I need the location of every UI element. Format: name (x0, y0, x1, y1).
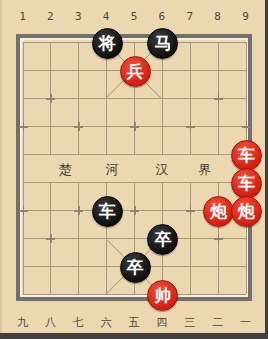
left-edge-strip (0, 0, 2, 339)
file-label-bottom: 六 (97, 315, 115, 330)
point-marker (130, 122, 139, 131)
file-label-top: 6 (153, 10, 171, 23)
point-marker (19, 206, 28, 215)
file-label-top: 5 (125, 10, 143, 23)
file-line (162, 42, 163, 154)
file-label-top: 1 (14, 10, 32, 23)
point-marker (186, 122, 195, 131)
red-chariot[interactable]: 车 (231, 168, 262, 199)
river-text: 楚 (57, 161, 73, 179)
black-chariot[interactable]: 车 (92, 196, 123, 227)
point-marker (19, 122, 28, 131)
point-marker (74, 122, 83, 131)
file-label-bottom: 五 (125, 315, 143, 330)
file-line (190, 42, 191, 154)
file-label-bottom: 七 (69, 315, 87, 330)
rank-line (23, 154, 246, 155)
river-text: 汉 (154, 161, 170, 179)
red-general[interactable]: 帅 (147, 280, 178, 311)
board-layer: 楚河汉界123456789九八七六五四三二一将马兵车车车炮炮卒卒帅 (0, 0, 268, 339)
red-cannon[interactable]: 炮 (203, 196, 234, 227)
river-text: 界 (197, 161, 213, 179)
file-label-bottom: 四 (153, 315, 171, 330)
file-label-top: 7 (181, 10, 199, 23)
black-horse[interactable]: 马 (147, 28, 178, 59)
black-soldier[interactable]: 卒 (147, 224, 178, 255)
file-line (190, 182, 191, 294)
file-label-top: 3 (69, 10, 87, 23)
red-cannon[interactable]: 炮 (231, 196, 262, 227)
rank-line (23, 294, 246, 295)
point-marker (46, 234, 55, 243)
bottom-edge-strip (0, 333, 268, 339)
file-label-top: 2 (41, 10, 59, 23)
file-label-bottom: 一 (237, 315, 255, 330)
red-soldier[interactable]: 兵 (120, 56, 151, 87)
red-chariot[interactable]: 车 (231, 140, 262, 171)
point-marker (186, 206, 195, 215)
river-text: 河 (104, 161, 120, 179)
file-label-bottom: 二 (209, 315, 227, 330)
file-line (78, 182, 79, 294)
file-label-bottom: 三 (181, 315, 199, 330)
file-label-top: 4 (97, 10, 115, 23)
file-label-bottom: 九 (14, 315, 32, 330)
file-line (78, 42, 79, 154)
point-marker (214, 234, 223, 243)
right-edge-strip (265, 0, 268, 339)
point-marker (130, 206, 139, 215)
file-label-bottom: 八 (41, 315, 59, 330)
point-marker (74, 206, 83, 215)
point-marker (214, 94, 223, 103)
point-marker (46, 94, 55, 103)
xiangqi-board-screen: 楚河汉界123456789九八七六五四三二一将马兵车车车炮炮卒卒帅 (0, 0, 268, 339)
file-label-top: 9 (237, 10, 255, 23)
point-marker (242, 122, 251, 131)
file-label-top: 8 (209, 10, 227, 23)
black-general[interactable]: 将 (92, 28, 123, 59)
file-line (23, 42, 24, 294)
black-soldier[interactable]: 卒 (120, 252, 151, 283)
